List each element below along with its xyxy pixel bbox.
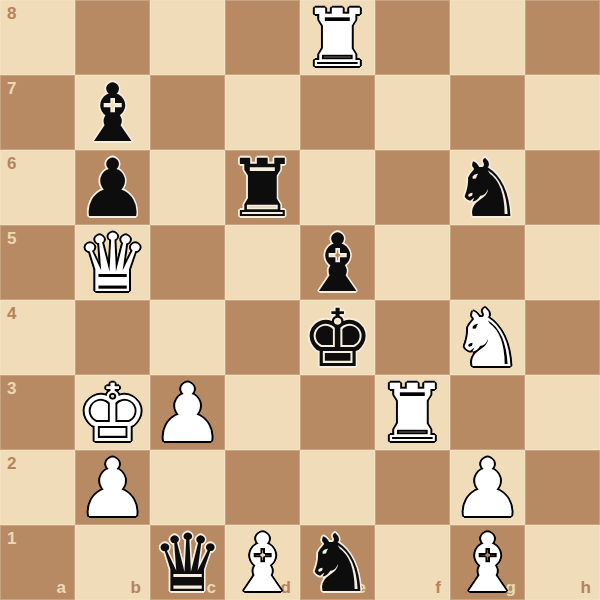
square-g2[interactable]: ♟ [450, 450, 525, 525]
white-rook-e8[interactable]: ♜ [300, 1, 375, 76]
square-e6[interactable] [300, 150, 375, 225]
square-b2[interactable]: ♟ [75, 450, 150, 525]
square-a6[interactable]: 6 [0, 150, 75, 225]
black-king-e4[interactable]: ♚ [300, 301, 375, 376]
square-h5[interactable] [525, 225, 600, 300]
square-b3[interactable]: ♚ [75, 375, 150, 450]
square-e8[interactable]: ♜ [300, 0, 375, 75]
square-g6[interactable]: ♞ [450, 150, 525, 225]
square-b6[interactable]: ♟ [75, 150, 150, 225]
file-label-a: a [57, 579, 66, 596]
square-b4[interactable] [75, 300, 150, 375]
black-rook-d6[interactable]: ♜ [225, 151, 300, 226]
square-d8[interactable] [225, 0, 300, 75]
square-f2[interactable] [375, 450, 450, 525]
square-d6[interactable]: ♜ [225, 150, 300, 225]
square-h2[interactable] [525, 450, 600, 525]
square-f1[interactable]: f [375, 525, 450, 600]
square-d3[interactable] [225, 375, 300, 450]
square-b1[interactable]: b [75, 525, 150, 600]
square-c8[interactable] [150, 0, 225, 75]
square-a1[interactable]: 1a [0, 525, 75, 600]
square-e5[interactable]: ♝ [300, 225, 375, 300]
white-knight-g4[interactable]: ♞ [450, 301, 525, 376]
square-f8[interactable] [375, 0, 450, 75]
square-a7[interactable]: 7 [0, 75, 75, 150]
black-knight-g6[interactable]: ♞ [450, 151, 525, 226]
black-bishop-b7[interactable]: ♝ [75, 76, 150, 151]
file-label-f: f [435, 579, 441, 596]
rank-label-7: 7 [7, 80, 16, 97]
square-c1[interactable]: c♛ [150, 525, 225, 600]
white-pawn-c3[interactable]: ♟ [150, 376, 225, 451]
square-e7[interactable] [300, 75, 375, 150]
rank-label-3: 3 [7, 380, 16, 397]
square-c5[interactable] [150, 225, 225, 300]
square-h8[interactable] [525, 0, 600, 75]
square-f7[interactable] [375, 75, 450, 150]
square-a4[interactable]: 4 [0, 300, 75, 375]
white-bishop-d1[interactable]: ♝ [225, 526, 300, 600]
square-e4[interactable]: ♚ [300, 300, 375, 375]
square-h6[interactable] [525, 150, 600, 225]
square-e1[interactable]: e♞ [300, 525, 375, 600]
square-f3[interactable]: ♜ [375, 375, 450, 450]
square-g3[interactable] [450, 375, 525, 450]
rank-label-6: 6 [7, 155, 16, 172]
black-knight-e1[interactable]: ♞ [300, 526, 375, 600]
square-f5[interactable] [375, 225, 450, 300]
square-c4[interactable] [150, 300, 225, 375]
square-d1[interactable]: d♝ [225, 525, 300, 600]
square-c3[interactable]: ♟ [150, 375, 225, 450]
square-d2[interactable] [225, 450, 300, 525]
square-b7[interactable]: ♝ [75, 75, 150, 150]
square-g5[interactable] [450, 225, 525, 300]
square-e2[interactable] [300, 450, 375, 525]
square-d5[interactable] [225, 225, 300, 300]
rank-label-2: 2 [7, 455, 16, 472]
white-pawn-b2[interactable]: ♟ [75, 451, 150, 526]
square-h7[interactable] [525, 75, 600, 150]
square-b5[interactable]: ♛ [75, 225, 150, 300]
rank-label-8: 8 [7, 5, 16, 22]
black-pawn-b6[interactable]: ♟ [75, 151, 150, 226]
square-g1[interactable]: g♝ [450, 525, 525, 600]
square-h1[interactable]: h [525, 525, 600, 600]
square-f6[interactable] [375, 150, 450, 225]
square-a8[interactable]: 8 [0, 0, 75, 75]
white-queen-b5[interactable]: ♛ [75, 226, 150, 301]
square-c2[interactable] [150, 450, 225, 525]
rank-label-4: 4 [7, 305, 16, 322]
square-c6[interactable] [150, 150, 225, 225]
square-c7[interactable] [150, 75, 225, 150]
white-rook-f3[interactable]: ♜ [375, 376, 450, 451]
chess-board: 8♜7♝6♟♜♞5♛♝4♚♞3♚♟♜2♟♟1abc♛d♝e♞fg♝h [0, 0, 600, 600]
square-d4[interactable] [225, 300, 300, 375]
square-g7[interactable] [450, 75, 525, 150]
file-label-b: b [131, 579, 141, 596]
white-pawn-g2[interactable]: ♟ [450, 451, 525, 526]
file-label-h: h [581, 579, 591, 596]
square-a5[interactable]: 5 [0, 225, 75, 300]
white-bishop-g1[interactable]: ♝ [450, 526, 525, 600]
square-a3[interactable]: 3 [0, 375, 75, 450]
square-d7[interactable] [225, 75, 300, 150]
square-h4[interactable] [525, 300, 600, 375]
square-h3[interactable] [525, 375, 600, 450]
square-g8[interactable] [450, 0, 525, 75]
square-b8[interactable] [75, 0, 150, 75]
square-f4[interactable] [375, 300, 450, 375]
square-g4[interactable]: ♞ [450, 300, 525, 375]
square-a2[interactable]: 2 [0, 450, 75, 525]
black-queen-c1[interactable]: ♛ [150, 526, 225, 600]
rank-label-5: 5 [7, 230, 16, 247]
rank-label-1: 1 [7, 530, 16, 547]
white-king-b3[interactable]: ♚ [75, 376, 150, 451]
black-bishop-e5[interactable]: ♝ [300, 226, 375, 301]
square-e3[interactable] [300, 375, 375, 450]
